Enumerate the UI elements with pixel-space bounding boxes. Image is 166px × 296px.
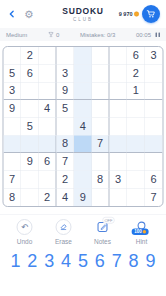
timer-label: 00:05 (136, 31, 151, 38)
numpad-3[interactable]: 3 (42, 251, 57, 271)
sudoku-cell-r6c6[interactable]: 7 (92, 135, 110, 153)
sudoku-cell-r1c8[interactable]: 6 (127, 47, 145, 65)
sudoku-cell-r6c1[interactable] (4, 135, 22, 153)
sudoku-cell-r9c2[interactable] (21, 188, 39, 206)
sudoku-cell-r2c9[interactable] (145, 65, 163, 83)
sudoku-cell-r7c5[interactable] (74, 153, 92, 171)
sudoku-cell-r8c2[interactable] (21, 171, 39, 189)
sudoku-cell-r5c8[interactable] (127, 118, 145, 136)
sudoku-cell-r2c7[interactable] (109, 65, 127, 83)
sudoku-cell-r1c2[interactable]: 2 (21, 47, 39, 65)
sudoku-cell-r9c8[interactable] (127, 188, 145, 206)
sudoku-cell-r4c4[interactable]: 5 (56, 100, 74, 118)
sudoku-cell-r8c1[interactable]: 7 (4, 171, 22, 189)
sudoku-cell-r1c7[interactable] (109, 47, 127, 65)
pause-button[interactable] (156, 32, 161, 37)
undo-icon: ↶ (17, 219, 33, 235)
erase-button[interactable]: Erase (47, 219, 80, 245)
sudoku-cell-r7c1[interactable] (4, 153, 22, 171)
coin-balance: 9 970 (119, 11, 139, 17)
numpad-7[interactable]: 7 (109, 251, 124, 271)
shop-button[interactable] (142, 5, 160, 23)
toolbar: ↶ Undo Erase OFF Notes (0, 214, 166, 245)
sudoku-cell-r5c2[interactable]: 5 (21, 118, 39, 136)
hint-coin-icon (143, 230, 147, 234)
sudoku-cell-r7c6[interactable] (92, 153, 110, 171)
sudoku-cell-r4c2[interactable] (21, 100, 39, 118)
sudoku-cell-r5c6[interactable] (92, 118, 110, 136)
sudoku-cell-r8c9[interactable]: 6 (145, 171, 163, 189)
sudoku-cell-r7c9[interactable] (145, 153, 163, 171)
numpad-8[interactable]: 8 (126, 251, 141, 271)
sudoku-cell-r7c2[interactable]: 9 (21, 153, 39, 171)
sudoku-cell-r6c4[interactable]: 8 (56, 135, 74, 153)
sudoku-cell-r2c3[interactable] (39, 65, 57, 83)
sudoku-cell-r5c7[interactable] (109, 118, 127, 136)
sudoku-cell-r1c5[interactable] (74, 47, 92, 65)
sudoku-cell-r4c1[interactable]: 9 (4, 100, 22, 118)
sudoku-cell-r5c4[interactable] (56, 118, 74, 136)
difficulty-label: Medium (6, 31, 27, 38)
sudoku-cell-r4c3[interactable]: 4 (39, 100, 57, 118)
sudoku-cell-r1c9[interactable]: 3 (145, 47, 163, 65)
sudoku-cell-r1c4[interactable] (56, 47, 74, 65)
sudoku-cell-r9c1[interactable]: 8 (4, 188, 22, 206)
undo-button[interactable]: ↶ Undo (8, 219, 41, 245)
sudoku-cell-r6c3[interactable] (39, 135, 57, 153)
sudoku-cell-r6c9[interactable] (145, 135, 163, 153)
sudoku-cell-r7c8[interactable] (127, 153, 145, 171)
sudoku-cell-r3c9[interactable] (145, 82, 163, 100)
sudoku-cell-r3c1[interactable]: 3 (4, 82, 22, 100)
numpad-9[interactable]: 9 (143, 251, 158, 271)
timer: 00:05 (136, 31, 160, 38)
sudoku-cell-r8c8[interactable] (127, 171, 145, 189)
back-button[interactable] (6, 8, 18, 20)
numpad-6[interactable]: 6 (92, 251, 107, 271)
mistakes-label: Mistakes: 0/3 (80, 31, 115, 38)
sudoku-cell-r4c6[interactable] (92, 100, 110, 118)
sudoku-cell-r2c5[interactable] (74, 65, 92, 83)
undo-label: Undo (17, 238, 33, 246)
numpad-1[interactable]: 1 (8, 251, 23, 271)
trophy-counter: 0 (48, 31, 59, 38)
sudoku-cell-r6c8[interactable] (127, 135, 145, 153)
sudoku-cell-r8c3[interactable] (39, 171, 57, 189)
sudoku-cell-r9c5[interactable]: 9 (74, 188, 92, 206)
hint-label: Hint (136, 238, 148, 246)
hint-cost-value: 100 (134, 230, 142, 235)
viewport: ⚙ SUDOKU CLUB 9 970 Medium 0 Mistakes: 0… (0, 0, 166, 296)
numpad-2[interactable]: 2 (25, 251, 40, 271)
sudoku-cell-r6c7[interactable] (109, 135, 127, 153)
sudoku-cell-r2c6[interactable] (92, 65, 110, 83)
settings-button[interactable]: ⚙ (24, 9, 33, 20)
sudoku-cell-r5c9[interactable] (145, 118, 163, 136)
sudoku-cell-r7c4[interactable]: 7 (56, 153, 74, 171)
sudoku-cell-r8c6[interactable]: 8 (92, 171, 110, 189)
numpad-4[interactable]: 4 (59, 251, 74, 271)
number-pad: 123456789 (0, 245, 166, 271)
sudoku-cell-r7c7[interactable] (109, 153, 127, 171)
hint-button[interactable]: 100 Hint (125, 219, 158, 245)
sudoku-cell-r3c8[interactable]: 1 (127, 82, 145, 100)
sudoku-cell-r9c6[interactable] (92, 188, 110, 206)
trophy-icon (48, 32, 54, 38)
gear-icon: ⚙ (24, 8, 33, 20)
chevron-left-icon (8, 10, 17, 19)
notes-button[interactable]: OFF Notes (86, 219, 119, 245)
coin-amount: 9 970 (119, 11, 133, 17)
notes-off-badge: OFF (103, 217, 115, 224)
numpad-5[interactable]: 5 (76, 251, 91, 271)
sudoku-cell-r7c3[interactable]: 6 (39, 153, 57, 171)
sudoku-cell-r8c4[interactable]: 2 (56, 171, 74, 189)
sudoku-cell-r9c7[interactable] (109, 188, 127, 206)
sudoku-cell-r2c2[interactable]: 6 (21, 65, 39, 83)
sudoku-cell-r1c1[interactable] (4, 47, 22, 65)
sudoku-cell-r6c5[interactable] (74, 135, 92, 153)
sudoku-cell-r4c8[interactable] (127, 100, 145, 118)
sudoku-cell-r3c5[interactable] (74, 82, 92, 100)
sudoku-cell-r3c2[interactable] (21, 82, 39, 100)
sudoku-cell-r9c9[interactable]: 7 (145, 188, 163, 206)
sudoku-cell-r3c4[interactable]: 9 (56, 82, 74, 100)
hint-cost-badge: 100 (132, 229, 149, 236)
notes-label: Notes (94, 238, 111, 246)
coin-icon (134, 12, 139, 17)
sudoku-cell-r5c1[interactable] (4, 118, 22, 136)
sudoku-cell-r3c3[interactable] (39, 82, 57, 100)
sudoku-cell-r1c3[interactable] (39, 47, 57, 65)
status-bar: Medium 0 Mistakes: 0/3 00:05 (0, 28, 166, 41)
eraser-icon (56, 219, 72, 235)
erase-label: Erase (55, 238, 72, 246)
sudoku-cell-r2c8[interactable]: 2 (127, 65, 145, 83)
sudoku-cell-r4c9[interactable] (145, 100, 163, 118)
sudoku-cell-r2c4[interactable]: 3 (56, 65, 74, 83)
header: ⚙ SUDOKU CLUB 9 970 (0, 0, 166, 28)
sudoku-cell-r3c7[interactable] (109, 82, 127, 100)
cart-icon (146, 9, 156, 19)
sudoku-cell-r4c5[interactable] (74, 100, 92, 118)
sudoku-cell-r2c1[interactable]: 5 (4, 65, 22, 83)
sudoku-cell-r1c6[interactable] (92, 47, 110, 65)
sudoku-cell-r8c5[interactable] (74, 171, 92, 189)
sudoku-cell-r5c5[interactable]: 4 (74, 118, 92, 136)
sudoku-cell-r9c4[interactable]: 4 (56, 188, 74, 206)
sudoku-cell-r8c7[interactable]: 3 (109, 171, 127, 189)
sudoku-cell-r5c3[interactable] (39, 118, 57, 136)
sudoku-board: 263563239194554879677283682497 (3, 46, 164, 207)
sudoku-cell-r9c3[interactable]: 2 (39, 188, 57, 206)
sudoku-cell-r3c6[interactable] (92, 82, 110, 100)
sudoku-cell-r4c7[interactable] (109, 100, 127, 118)
trophy-count: 0 (56, 31, 59, 38)
sudoku-app: ⚙ SUDOKU CLUB 9 970 Medium 0 Mistakes: 0… (0, 0, 166, 296)
sudoku-cell-r6c2[interactable] (21, 135, 39, 153)
